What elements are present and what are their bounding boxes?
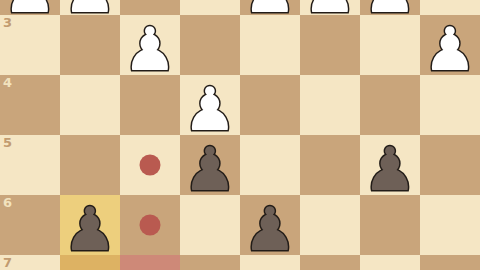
square-c7[interactable] — [300, 255, 360, 270]
square-c3[interactable] — [300, 15, 360, 75]
square-f7[interactable] — [120, 255, 180, 270]
square-h5[interactable]: 5 — [0, 135, 60, 195]
black-pawn[interactable]: ♟ — [363, 139, 417, 195]
white-pawn[interactable]: ♟ — [3, 0, 57, 15]
square-f2[interactable] — [120, 0, 180, 15]
square-f5[interactable] — [120, 135, 180, 195]
rank-label-7: 7 — [3, 256, 12, 270]
square-a6[interactable] — [420, 195, 480, 255]
black-pawn[interactable]: ♟ — [243, 199, 297, 255]
square-h4[interactable]: 4 — [0, 75, 60, 135]
square-e5[interactable]: ♟ — [180, 135, 240, 195]
square-b5[interactable]: ♟ — [360, 135, 420, 195]
rank-label-3: 3 — [3, 16, 12, 30]
square-g5[interactable] — [60, 135, 120, 195]
square-b3[interactable] — [360, 15, 420, 75]
square-b7[interactable] — [360, 255, 420, 270]
white-pawn[interactable]: ♟ — [243, 0, 297, 15]
square-d7[interactable] — [240, 255, 300, 270]
square-h6[interactable]: 6 — [0, 195, 60, 255]
square-e6[interactable] — [180, 195, 240, 255]
square-a7[interactable] — [420, 255, 480, 270]
square-b6[interactable] — [360, 195, 420, 255]
square-e7[interactable] — [180, 255, 240, 270]
white-pawn[interactable]: ♟ — [423, 19, 477, 75]
square-c2[interactable]: ♟ — [300, 0, 360, 15]
square-c5[interactable] — [300, 135, 360, 195]
square-e4[interactable]: ♟ — [180, 75, 240, 135]
square-f6[interactable] — [120, 195, 180, 255]
square-c4[interactable] — [300, 75, 360, 135]
premove-hint-dot[interactable] — [140, 215, 161, 236]
square-c6[interactable] — [300, 195, 360, 255]
square-h3[interactable]: 3 — [0, 15, 60, 75]
square-f3[interactable]: ♟ — [120, 15, 180, 75]
square-g6[interactable]: ♟ — [60, 195, 120, 255]
square-e2[interactable] — [180, 0, 240, 15]
board-stage: ♟♟♟♟♟3♟♟4♟5♟♟6♟♟7 — [0, 0, 480, 270]
square-a4[interactable] — [420, 75, 480, 135]
square-d4[interactable] — [240, 75, 300, 135]
square-b4[interactable] — [360, 75, 420, 135]
white-pawn[interactable]: ♟ — [63, 0, 117, 15]
square-e3[interactable] — [180, 15, 240, 75]
square-a3[interactable]: ♟ — [420, 15, 480, 75]
premove-hint-dot[interactable] — [140, 155, 161, 176]
white-pawn[interactable]: ♟ — [123, 19, 177, 75]
square-a5[interactable] — [420, 135, 480, 195]
square-d6[interactable]: ♟ — [240, 195, 300, 255]
black-pawn[interactable]: ♟ — [183, 139, 237, 195]
square-f4[interactable] — [120, 75, 180, 135]
chess-board: ♟♟♟♟♟3♟♟4♟5♟♟6♟♟7 — [0, 0, 480, 270]
rank-label-4: 4 — [3, 76, 12, 90]
white-pawn[interactable]: ♟ — [363, 0, 417, 15]
square-g2[interactable]: ♟ — [60, 0, 120, 15]
black-pawn[interactable]: ♟ — [63, 199, 117, 255]
square-b2[interactable]: ♟ — [360, 0, 420, 15]
square-d3[interactable] — [240, 15, 300, 75]
square-g3[interactable] — [60, 15, 120, 75]
white-pawn[interactable]: ♟ — [303, 0, 357, 15]
square-d5[interactable] — [240, 135, 300, 195]
white-pawn[interactable]: ♟ — [183, 79, 237, 135]
rank-label-6: 6 — [3, 196, 12, 210]
square-d2[interactable]: ♟ — [240, 0, 300, 15]
square-h2[interactable]: ♟ — [0, 0, 60, 15]
square-g7[interactable] — [60, 255, 120, 270]
square-g4[interactable] — [60, 75, 120, 135]
rank-label-5: 5 — [3, 136, 12, 150]
square-h7[interactable]: 7 — [0, 255, 60, 270]
square-a2[interactable] — [420, 0, 480, 15]
